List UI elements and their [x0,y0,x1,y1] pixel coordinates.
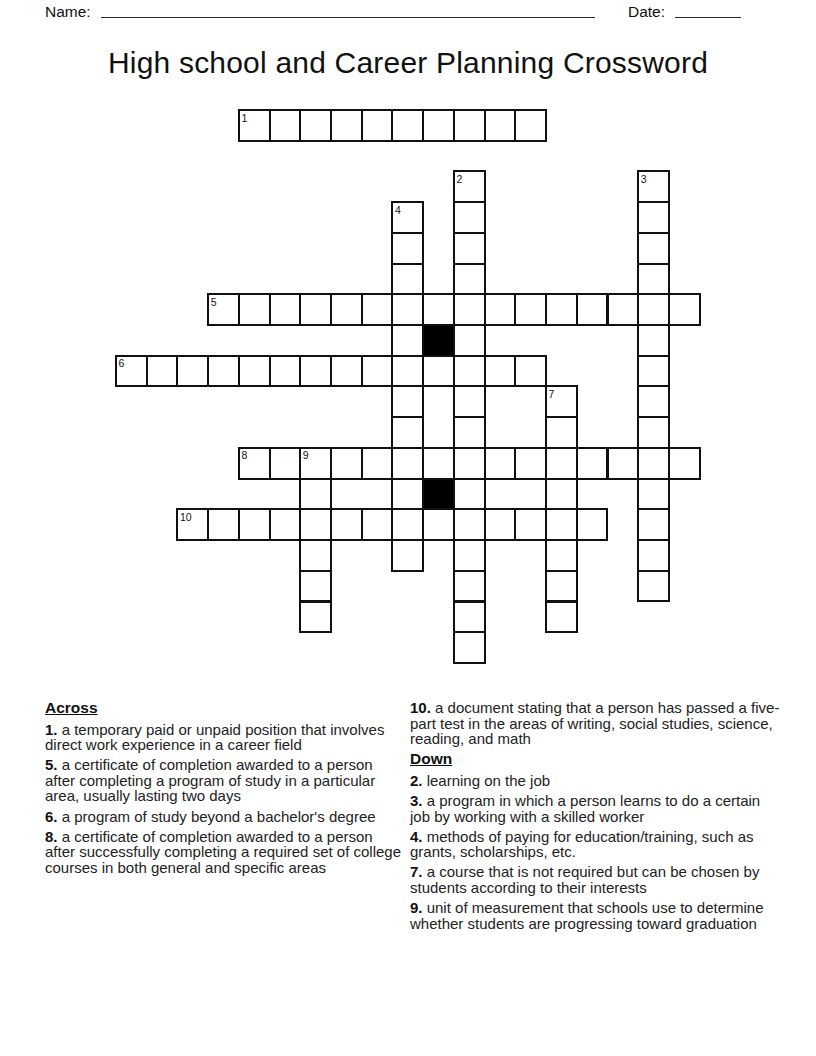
grid-cell[interactable] [514,508,547,541]
grid-cell[interactable] [453,539,486,572]
grid-cell[interactable] [361,293,394,326]
grid-cell[interactable] [637,539,670,572]
across-clues-continued: 10. a document stating that a person has… [410,700,782,747]
across-clues-column: Across 1. a temporary paid or unpaid pos… [45,700,401,880]
grid-cell[interactable] [422,447,455,480]
grid-cell[interactable] [637,508,670,541]
date-label: Date: [628,3,665,21]
grid-cell[interactable] [514,447,547,480]
grid-cell[interactable] [453,355,486,388]
grid-cell[interactable] [453,324,486,357]
grid-cell[interactable] [330,109,363,142]
name-label: Name: [45,3,91,21]
grid-cell[interactable] [545,293,578,326]
grid-cell[interactable] [391,355,424,388]
grid-cell[interactable] [545,447,578,480]
grid-cell[interactable] [422,109,455,142]
grid-cell[interactable] [299,570,332,603]
grid-cell[interactable] [391,293,424,326]
grid-cell[interactable] [484,293,517,326]
clue-10: 10. a document stating that a person has… [410,700,782,747]
grid-cell[interactable] [637,447,670,480]
grid-cell[interactable] [484,447,517,480]
cell-number-10: 10 [179,510,192,523]
grid-cell[interactable] [269,293,302,326]
grid-cell[interactable] [391,447,424,480]
page-title: High school and Career Planning Crosswor… [0,46,816,80]
grid-cell[interactable] [607,447,640,480]
grid-cell[interactable] [514,293,547,326]
grid-cell[interactable] [545,539,578,572]
grid-cell[interactable] [453,109,486,142]
clue-3: 3. a program in which a person learns to… [410,793,782,824]
black-cell [422,324,455,357]
cell-number-5: 5 [210,295,217,308]
grid-cell[interactable] [637,478,670,511]
clue-1: 1. a temporary paid or unpaid position t… [45,722,401,753]
grid-cell[interactable] [391,232,424,265]
grid-cell[interactable] [391,385,424,418]
grid-cell[interactable] [299,508,332,541]
grid-cell[interactable] [668,447,701,480]
down-heading: Down [410,751,782,767]
clue-5: 5. a certificate of completion awarded t… [45,757,401,804]
grid-cell[interactable] [391,324,424,357]
across-clues-list: 1. a temporary paid or unpaid position t… [45,722,401,876]
grid-cell[interactable] [453,293,486,326]
grid-cell[interactable] [391,263,424,296]
cell-number-8: 8 [240,448,247,461]
grid-cell[interactable] [637,385,670,418]
crossword-grid: 12345678910 [116,110,700,664]
clue-2: 2. learning on the job [410,773,782,789]
grid-cell[interactable] [299,355,332,388]
grid-cell[interactable] [269,109,302,142]
clue-7: 7. a course that is not required but can… [410,864,782,895]
across-heading: Across [45,700,401,716]
cell-number-2: 2 [455,172,462,185]
grid-cell[interactable] [484,109,517,142]
cell-number-4: 4 [394,203,401,216]
grid-cell[interactable] [299,109,332,142]
grid-cell[interactable] [545,601,578,634]
grid-cell[interactable] [637,416,670,449]
grid-cell[interactable] [146,355,179,388]
grid-cell[interactable] [453,385,486,418]
grid-cell[interactable] [637,232,670,265]
grid-cell[interactable] [391,109,424,142]
grid-cell[interactable] [637,355,670,388]
grid-cell[interactable] [453,601,486,634]
worksheet-header: Name: Date: [0,3,816,23]
grid-cell[interactable] [330,355,363,388]
grid-cell[interactable] [330,293,363,326]
grid-cell[interactable] [330,447,363,480]
clue-6: 6. a program of study beyond a bachelor'… [45,809,401,825]
grid-cell[interactable] [514,109,547,142]
cell-number-9: 9 [302,448,309,461]
grid-cell[interactable] [207,508,240,541]
cell-number-7: 7 [548,387,555,400]
down-clues-list: 2. learning on the job3. a program in wh… [410,773,782,931]
grid-cell[interactable] [545,508,578,541]
grid-cell[interactable] [238,293,271,326]
black-cell [422,478,455,511]
grid-cell[interactable] [269,447,302,480]
grid-cell[interactable] [576,447,609,480]
grid-cell[interactable] [637,263,670,296]
grid-cell[interactable] [422,293,455,326]
grid-cell[interactable] [299,478,332,511]
grid-cell[interactable] [576,293,609,326]
grid-cell[interactable] [545,478,578,511]
clue-4: 4. methods of paying for education/train… [410,829,782,860]
grid-cell[interactable] [299,539,332,572]
grid-cell[interactable] [391,508,424,541]
grid-cell[interactable] [422,355,455,388]
grid-cell[interactable] [453,631,486,664]
grid-cell[interactable] [361,508,394,541]
grid-cell[interactable] [637,201,670,234]
grid-cell[interactable] [207,355,240,388]
down-clues-column: 10. a document stating that a person has… [410,700,782,936]
grid-cell[interactable] [453,201,486,234]
grid-cell[interactable] [453,416,486,449]
cell-number-1: 1 [240,111,247,124]
grid-cell[interactable] [330,508,363,541]
grid-cell[interactable] [269,508,302,541]
grid-cell[interactable] [453,232,486,265]
grid-cell[interactable] [484,355,517,388]
grid-cell[interactable] [238,355,271,388]
grid-cell[interactable] [361,355,394,388]
clue-8: 8. a certificate of completion awarded t… [45,829,401,876]
grid-cell[interactable] [453,478,486,511]
name-input-line[interactable] [101,3,595,18]
grid-cell[interactable] [453,570,486,603]
grid-cell[interactable] [514,355,547,388]
grid-cell[interactable] [391,478,424,511]
grid-cell[interactable] [391,539,424,572]
grid-cell[interactable] [637,293,670,326]
grid-cell[interactable] [484,508,517,541]
grid-cell[interactable] [453,508,486,541]
grid-cell[interactable] [607,293,640,326]
grid-cell[interactable] [637,570,670,603]
date-input-line[interactable] [675,3,741,18]
grid-cell[interactable] [545,416,578,449]
grid-cell[interactable] [361,447,394,480]
grid-cell[interactable] [576,508,609,541]
grid-cell[interactable] [545,570,578,603]
grid-cell[interactable] [453,263,486,296]
grid-cell[interactable] [299,601,332,634]
grid-cell[interactable] [422,508,455,541]
grid-cell[interactable] [637,324,670,357]
grid-cell[interactable] [176,355,209,388]
grid-cell[interactable] [269,355,302,388]
grid-cell[interactable] [361,109,394,142]
grid-cell[interactable] [391,416,424,449]
grid-cell[interactable] [238,508,271,541]
grid-cell[interactable] [453,447,486,480]
grid-cell[interactable] [668,293,701,326]
cell-number-3: 3 [640,172,647,185]
grid-cell[interactable] [299,293,332,326]
clue-9: 9. unit of measurement that schools use … [410,900,782,931]
cell-number-6: 6 [118,356,125,369]
